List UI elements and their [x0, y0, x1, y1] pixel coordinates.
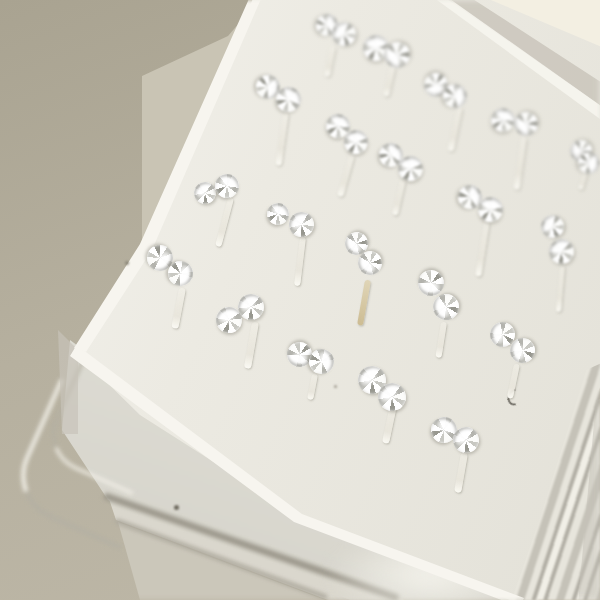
- crystal-stone: [485, 317, 518, 350]
- crystal-stone: [210, 169, 244, 203]
- product-photo-scene: [0, 0, 600, 600]
- crystal-stone: [271, 82, 305, 116]
- stud-pin-stem: [435, 322, 447, 358]
- crystal-stone: [307, 347, 336, 376]
- stud-pin-stem: [448, 106, 463, 151]
- crystal-stone: [282, 337, 317, 372]
- stud-pin-stem: [307, 373, 318, 400]
- crystal-stone: [341, 228, 370, 257]
- nose-stud-r4c1: [0, 0, 600, 600]
- stud-pin-stem: [514, 137, 527, 190]
- crystal-stone: [381, 39, 413, 71]
- stud-pin-stem: [556, 266, 565, 312]
- stud-pin-stem: [215, 197, 234, 247]
- crystal-stone: [285, 208, 317, 240]
- crystal-stone: [574, 148, 600, 178]
- stud-pin-stem: [507, 363, 520, 398]
- stud-pin-stem: [383, 65, 396, 97]
- crystal-stone: [328, 18, 361, 51]
- crystal-stone: [251, 70, 285, 104]
- stud-pin-stem: [324, 45, 336, 77]
- crystal-stone: [473, 192, 507, 226]
- crystal-stone: [570, 140, 592, 162]
- stud-pin-stem: [381, 404, 396, 444]
- nose-stud-r4c4: [0, 0, 600, 600]
- stud-pin-stem: [357, 279, 371, 325]
- stud-pin-stem: [276, 112, 289, 166]
- nose-stud-r1c3: [0, 0, 600, 600]
- crystal-stone: [413, 265, 449, 301]
- crystal-stone: [432, 293, 459, 320]
- nose-stud-r4c2: [0, 0, 600, 600]
- crystal-stone: [321, 109, 355, 143]
- crystal-stone: [426, 412, 462, 448]
- nose-stud-r1c2: [0, 0, 600, 600]
- nose-stud-r1c4: [0, 0, 600, 600]
- nose-stud-r3c5: [0, 0, 600, 600]
- crystal-stone: [458, 185, 482, 209]
- crystal-stone: [215, 306, 242, 333]
- crystal-stone: [486, 103, 520, 137]
- crystal-stone: [511, 109, 541, 139]
- stud-pin-stem: [578, 171, 588, 190]
- crystal-stone: [450, 424, 483, 457]
- crystal-stone: [262, 198, 293, 229]
- crystal-stone: [547, 237, 576, 266]
- crystal-stone: [315, 13, 338, 36]
- crystal-stone: [354, 247, 385, 278]
- crystal-stone: [375, 380, 409, 414]
- nose-stud-r3c3: [0, 0, 600, 600]
- stud-pin-stem: [294, 237, 306, 286]
- crystal-stone: [162, 255, 197, 290]
- stud-pin-stem: [171, 287, 186, 329]
- crystal-stone: [236, 292, 267, 323]
- nose-stud-grid: [0, 0, 600, 600]
- crystal-stone: [341, 127, 371, 157]
- nose-stud-r3c1: [0, 0, 600, 600]
- nose-stud-r2c3: [0, 0, 600, 600]
- crystal-stone: [360, 32, 392, 64]
- crystal-stone: [507, 335, 537, 365]
- stud-pin-stem: [243, 321, 258, 369]
- nose-stud-r2c2: [0, 0, 600, 600]
- nose-stud-r2c4: [0, 0, 600, 600]
- crystal-stone: [395, 153, 425, 183]
- crystal-stone: [536, 210, 568, 242]
- crystal-stone: [376, 140, 406, 170]
- nose-stud-r1c5: [0, 0, 600, 600]
- stud-pin-stem: [454, 452, 468, 493]
- nose-stud-r3c2: [0, 0, 600, 600]
- stud-pin-stem: [392, 179, 406, 215]
- nose-stud-r4c5: [0, 0, 600, 600]
- crystal-stone: [143, 241, 178, 276]
- stud-pin-stem: [337, 154, 355, 197]
- crystal-stone: [421, 70, 451, 100]
- crystal-stone: [439, 80, 470, 111]
- crystal-stone: [191, 179, 218, 206]
- nose-stud-r2c5: [0, 0, 600, 600]
- crystal-stone: [355, 363, 390, 398]
- nose-stud-r1c1: [0, 0, 600, 600]
- nose-stud-r3c4: [0, 0, 600, 600]
- nose-stud-r2c1: [0, 0, 600, 600]
- nose-stud-r4c3: [0, 0, 600, 600]
- stud-pin-stem: [475, 221, 490, 277]
